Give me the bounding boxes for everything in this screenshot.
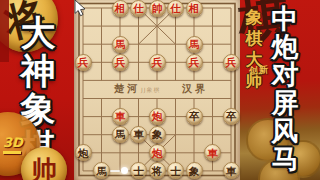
river-watermark: JJ象棋 [141,86,161,94]
right-title-char-6: 马 [268,145,302,173]
piece-red-f3r7[interactable]: 車 [112,108,129,125]
red-ribbon-decor [0,0,9,62]
piece-black-f7r10[interactable]: 象 [186,162,203,179]
gold-marshal-piece-icon: 帅 [21,147,67,180]
piece-black-f1r9[interactable]: 炮 [75,144,92,161]
piece-black-f9r10[interactable]: 車 [223,162,240,179]
last-move-trail [110,170,120,173]
piece-black-f5r10[interactable]: 将 [149,162,166,179]
piece-red-f9r4[interactable]: 兵 [223,54,240,71]
last-move-dot [121,167,128,174]
subtitle-char-1: 象 [244,7,264,28]
piece-black-f9r7[interactable]: 卒 [223,108,240,125]
piece-red-f7r1[interactable]: 相 [186,0,203,17]
badge-innovation: 创新 [249,63,270,77]
left-title-char-1: 大 [18,14,58,52]
gold-marshal-char: 帅 [31,157,57,180]
piece-red-f3r4[interactable]: 兵 [112,54,129,71]
piece-red-f5r9[interactable]: 炮 [149,144,166,161]
piece-red-f5r1[interactable]: 帥 [149,0,166,17]
right-panel: 棋 象 棋 大 师 创新 中 炮 对 屏 风 马 [240,0,320,180]
piece-red-f7r3[interactable]: 馬 [186,36,203,53]
right-title: 中 炮 对 屏 风 马 [268,5,302,173]
piece-red-f7r4[interactable]: 兵 [186,54,203,71]
right-title-char-4: 屏 [268,89,302,117]
piece-red-f5r7[interactable]: 炮 [149,108,166,125]
left-panel: 将 大 神 象 棋 帅 3D [0,0,74,180]
left-title-char-2: 神 [18,52,58,90]
piece-red-f1r4[interactable]: 兵 [75,54,92,71]
river-label-right: 汉界 [182,83,208,95]
river-label-left: 楚河 [114,83,140,95]
piece-black-f5r8[interactable]: 象 [149,126,166,143]
piece-red-f3r3[interactable]: 馬 [112,36,129,53]
thumbnail-stage: 将 大 神 象 棋 帅 3D [0,0,320,180]
right-title-char-1: 中 [268,5,302,33]
piece-red-f4r1[interactable]: 仕 [130,0,147,17]
piece-red-f6r1[interactable]: 仕 [167,0,184,17]
piece-red-f3r1[interactable]: 相 [112,0,129,17]
right-title-char-2: 炮 [268,33,302,61]
subtitle-char-2: 棋 [244,28,264,49]
mouse-cursor-icon [74,0,86,17]
logo-3d: 3D [3,136,23,154]
right-subtitle: 象 棋 大 师 [244,7,264,91]
right-title-char-3: 对 [268,61,302,89]
xiangqi-board[interactable]: 楚河 JJ象棋 汉界 相仕帥仕相馬馬兵兵兵兵兵車炮炮車卒卒馬車象炮馬士将士象車 [74,0,240,180]
piece-red-f5r4[interactable]: 兵 [149,54,166,71]
logo-underline [3,151,21,154]
piece-black-f3r8[interactable]: 馬 [112,126,129,143]
piece-black-f7r7[interactable]: 卒 [186,108,203,125]
right-title-char-5: 风 [268,117,302,145]
